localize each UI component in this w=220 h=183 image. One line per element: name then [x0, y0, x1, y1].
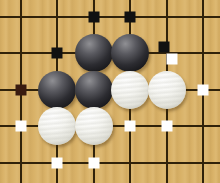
white-liberty-marker [125, 121, 136, 132]
black-stone[interactable] [75, 34, 113, 72]
white-stone[interactable] [111, 71, 149, 109]
white-stone[interactable] [38, 107, 76, 145]
black-stone[interactable] [38, 71, 76, 109]
grid-line-horizontal [0, 162, 220, 164]
white-liberty-marker [166, 54, 177, 65]
black-stone[interactable] [75, 71, 113, 109]
white-liberty-marker [198, 84, 209, 95]
white-stone[interactable] [148, 71, 186, 109]
black-liberty-marker [125, 12, 136, 23]
black-liberty-marker [16, 84, 27, 95]
white-liberty-marker [161, 121, 172, 132]
white-liberty-marker [88, 157, 99, 168]
black-liberty-marker [88, 12, 99, 23]
grid-line-horizontal [0, 16, 220, 18]
black-liberty-marker [158, 42, 169, 53]
white-liberty-marker [52, 157, 63, 168]
black-liberty-marker [52, 48, 63, 59]
white-liberty-marker [16, 121, 27, 132]
go-board[interactable] [0, 0, 220, 183]
white-stone[interactable] [75, 107, 113, 145]
black-stone[interactable] [111, 34, 149, 72]
